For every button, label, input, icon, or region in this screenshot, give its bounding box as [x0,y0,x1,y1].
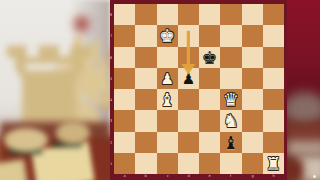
square-e7 [199,25,220,46]
square-c5: ♟ [157,68,178,89]
rank-label-6: 6 [110,56,112,60]
background-curtain [287,0,320,180]
square-a3 [114,110,135,131]
square-d2 [178,132,199,153]
square-d5: ♟ [178,68,199,89]
square-h5 [263,68,284,89]
square-h6 [263,47,284,68]
rank-label-1: 1 [110,162,112,166]
background-photo: ♝ ♞ ♜ [0,0,110,180]
square-a8 [114,4,135,25]
white-king-c7: ♚ [157,25,178,46]
square-f2: ♝ [220,132,241,153]
square-g4 [242,89,263,110]
square-g3 [242,110,263,131]
photo-layer: ♝ ♞ ♜ [0,0,110,180]
file-label-a: a [118,174,131,178]
board-grid: ♚♚♟♟♝♛♞♝♜ [114,4,284,174]
square-a4 [114,89,135,110]
file-label-f: f [225,174,238,178]
square-e4 [199,89,220,110]
rank-label-5: 5 [110,77,112,81]
curtain-blur-blob [287,160,303,180]
rank-label-4: 4 [110,98,112,102]
file-label-d: d [182,174,195,178]
file-label-c: c [161,174,174,178]
square-a2 [114,132,135,153]
square-b7 [135,25,156,46]
white-pawn-c5: ♟ [157,68,178,89]
white-knight-f3: ♞ [220,110,241,131]
square-c6 [157,47,178,68]
square-e8 [199,4,220,25]
square-e5 [199,68,220,89]
rank-labels: 87654321 [110,4,114,174]
thumbnail: ♝ ♞ ♜ ♚♚♟♟♝♛♞♝♜ 87654321 abcdefgh [0,0,320,180]
square-b1 [135,153,156,174]
rank-label-7: 7 [110,34,112,38]
curtain-blur-blob [287,122,320,142]
curtain-blur-blob [287,92,320,126]
curtain-blur-blob [287,140,320,156]
square-b8 [135,4,156,25]
square-d1 [178,153,199,174]
square-a7 [114,25,135,46]
square-f8 [220,4,241,25]
square-d6 [178,47,199,68]
square-b4 [135,89,156,110]
square-c7: ♚ [157,25,178,46]
square-b6 [135,47,156,68]
black-pawn-d5: ♟ [178,68,199,89]
black-bishop-f2: ♝ [220,132,241,153]
square-f6 [220,47,241,68]
rank-label-8: 8 [110,13,112,17]
square-h8 [263,4,284,25]
square-f3: ♞ [220,110,241,131]
square-g1 [242,153,263,174]
square-c4: ♝ [157,89,178,110]
square-e3 [199,110,220,131]
square-f4: ♛ [220,89,241,110]
file-label-h: h [267,174,280,178]
square-g5 [242,68,263,89]
square-a1 [114,153,135,174]
file-label-e: e [203,174,216,178]
square-e1 [199,153,220,174]
square-d8 [178,4,199,25]
square-h3 [263,110,284,131]
square-g7 [242,25,263,46]
white-rook-h1: ♜ [263,153,284,174]
white-bishop-c4: ♝ [157,89,178,110]
white-dot [313,175,316,178]
chess-board: ♚♚♟♟♝♛♞♝♜ 87654321 abcdefgh [110,0,287,180]
file-label-b: b [140,174,153,178]
rook-base [4,128,48,152]
white-queen-f4: ♛ [220,89,241,110]
square-h7 [263,25,284,46]
square-f7 [220,25,241,46]
square-h4 [263,89,284,110]
square-a6 [114,47,135,68]
square-c1 [157,153,178,174]
file-label-g: g [246,174,259,178]
square-b5 [135,68,156,89]
square-c2 [157,132,178,153]
square-g6 [242,47,263,68]
square-h2 [263,132,284,153]
square-d7 [178,25,199,46]
square-f1 [220,153,241,174]
square-b3 [135,110,156,131]
photo-board-cream-square-2 [0,159,28,180]
square-e6: ♚ [199,47,220,68]
square-g2 [242,132,263,153]
square-b2 [135,132,156,153]
square-g8 [242,4,263,25]
square-a5 [114,68,135,89]
black-king-e6: ♚ [199,47,220,68]
square-c8 [157,4,178,25]
rank-label-3: 3 [110,119,112,123]
knight-base [56,122,90,144]
square-e2 [199,132,220,153]
square-f5 [220,68,241,89]
square-h1: ♜ [263,153,284,174]
file-labels: abcdefgh [114,174,284,180]
square-c3 [157,110,178,131]
square-d4 [178,89,199,110]
square-d3 [178,110,199,131]
rank-label-2: 2 [110,141,112,145]
